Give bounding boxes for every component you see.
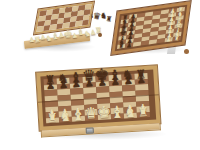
white-rook: ♜ — [174, 35, 180, 42]
black-pawn: ♟ — [126, 42, 132, 49]
white-pawn: ♟ — [58, 32, 64, 40]
white-pawn: ♟ — [166, 36, 172, 43]
angled-chess-board: ♜♟♟♜♞♟♟♞♝♟♟♝♛♟♟♛♚♟♟♚♝♟♟♝♞♟♟♞♜♟♟♜ — [117, 7, 185, 49]
angled-board-wrap: ♜♟♟♜♞♟♟♞♝♟♟♝♛♟♟♛♚♟♟♚♝♟♟♝♞♟♟♞♜♟♟♜ — [111, 1, 190, 55]
square: ♛ — [85, 115, 98, 121]
square: ♞ — [124, 112, 137, 118]
metal-clasp — [86, 127, 94, 133]
square: ♜ — [137, 111, 150, 117]
main-board-wrap: ♜♞♝♛♚♝♞♜♟♟♟♟♟♟♟♟♟♟♟♟♟♟♟♟♜♞♝♛♚♝♞♜ — [36, 65, 161, 137]
square: ♝ — [111, 113, 124, 119]
square: ♜ — [172, 36, 181, 41]
square: ♞ — [59, 116, 72, 122]
white-knight: ♞ — [45, 35, 52, 44]
white-rook: ♜ — [95, 27, 102, 36]
product-photo: ♜♟♞♟♝♚♟♛♞♜ ♟♜♟♞♝♟♚♟♝♞♟♜ ♜♟♟♜♞♟♟♞♝♟♟♝♛♟♟♛… — [0, 0, 200, 150]
square: ♜ — [46, 117, 59, 123]
main-board-view: ♜♞♝♛♚♝♞♜♟♟♟♟♟♟♟♟♟♟♟♟♟♟♟♟♜♞♝♛♚♝♞♜ — [34, 56, 174, 150]
square: ♝ — [72, 115, 85, 121]
white-knight: ♞ — [84, 30, 91, 39]
black-rook: ♜ — [105, 16, 111, 24]
square: ♚ — [98, 114, 111, 120]
angled-set-view: ♜♟♟♜♞♟♟♞♝♟♟♝♛♟♟♛♚♟♟♚♝♟♟♝♞♟♟♞♜♟♟♜ — [104, 0, 198, 58]
board-frame: ♜♞♝♛♚♝♞♜♟♟♟♟♟♟♟♟♟♟♟♟♟♟♟♟♜♞♝♛♚♝♞♜ — [36, 65, 160, 130]
folded-set-view: ♜♟♞♟♝♚♟♛♞♜ ♟♜♟♞♝♟♚♟♝♞♟♜ — [24, 0, 112, 56]
black-rook: ♜ — [118, 43, 124, 50]
board-frame: ♜♟♟♜♞♟♟♞♝♟♟♝♛♟♟♛♚♟♟♚♝♟♟♝♞♟♟♞♜♟♟♜ — [111, 1, 190, 55]
latch-knob — [184, 49, 189, 54]
